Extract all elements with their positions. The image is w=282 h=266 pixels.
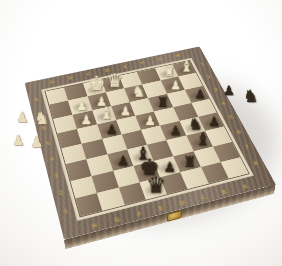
black-rook[interactable]: ♜	[153, 95, 173, 109]
coordinate-label: A	[241, 183, 248, 189]
coordinate-label: B	[221, 189, 228, 195]
black-queen[interactable]: ♛	[145, 174, 167, 196]
black-pawn[interactable]: ♟	[101, 123, 121, 136]
coordinate-label: 3	[53, 173, 59, 179]
white-pawn[interactable]: ♟	[115, 104, 135, 117]
coordinate-label: G	[157, 57, 163, 61]
coordinate-label: F	[140, 61, 145, 65]
black-pawn[interactable]: ♟	[204, 115, 224, 128]
white-pawn[interactable]: ♟	[72, 99, 92, 112]
coordinate-label: H	[91, 222, 98, 229]
coordinate-label: 2	[58, 190, 64, 196]
captured-black-knight[interactable]: ♞	[243, 88, 258, 105]
black-pawn[interactable]: ♟	[166, 124, 186, 137]
black-pawn[interactable]: ♟	[190, 88, 209, 100]
brass-clasp-icon[interactable]	[167, 210, 182, 221]
white-knight[interactable]: ♞	[129, 84, 148, 99]
square-e8[interactable]: ♛	[139, 177, 167, 200]
coordinate-label: 1	[63, 208, 69, 215]
coordinate-label: 5	[228, 115, 234, 120]
coordinate-label: 4	[220, 101, 226, 106]
coordinate-label: 2	[206, 74, 212, 79]
coordinate-label: A	[49, 80, 54, 85]
coordinate-label: C	[200, 194, 207, 200]
white-pawn[interactable]: ♟	[166, 79, 185, 91]
coordinate-label: 6	[236, 129, 242, 134]
coordinate-label: E	[157, 205, 163, 212]
coordinate-label: 1	[199, 62, 204, 66]
coordinate-label: 8	[252, 160, 259, 166]
white-rook[interactable]: ♜	[160, 65, 179, 78]
coordinate-label: 8	[34, 97, 39, 102]
white-pawn[interactable]: ♟	[140, 114, 160, 127]
white-bishop[interactable]: ♝	[177, 59, 196, 75]
captured-white-pawn[interactable]: ♟	[12, 133, 25, 147]
white-pawn[interactable]: ♟	[77, 113, 97, 126]
coordinate-label: D	[178, 200, 185, 207]
black-pawn[interactable]: ♟	[112, 154, 133, 168]
coordinate-label: 7	[244, 144, 250, 150]
coordinate-label: 5	[45, 141, 50, 146]
coordinate-label: 4	[49, 156, 55, 162]
captured-white-pawn[interactable]: ♟	[30, 135, 43, 150]
coordinate-label: F	[136, 211, 142, 218]
captured-black-pawn[interactable]: ♟	[223, 84, 235, 97]
coordinate-label: G	[114, 216, 121, 223]
chess-board-box: ABCDEFGH ABCDEFGH 12345678 12345678 ♚♛♜♝…	[25, 47, 276, 240]
black-rook[interactable]: ♜	[179, 154, 200, 169]
coordinate-label: B	[68, 76, 73, 81]
black-bishop[interactable]: ♝	[192, 131, 213, 148]
captured-white-knight[interactable]: ♞	[34, 110, 49, 127]
white-king[interactable]: ♚	[87, 74, 106, 94]
captured-white-pawn[interactable]: ♟	[16, 110, 29, 124]
white-bishop[interactable]: ♝	[96, 105, 116, 122]
chess-set-photo: ABCDEFGH ABCDEFGH 12345678 12345678 ♚♛♜♝…	[0, 0, 282, 266]
coordinate-label: E	[123, 64, 128, 68]
square-f5[interactable]	[102, 135, 127, 155]
white-queen[interactable]: ♛	[105, 71, 124, 90]
coordinate-label: 3	[213, 87, 219, 92]
